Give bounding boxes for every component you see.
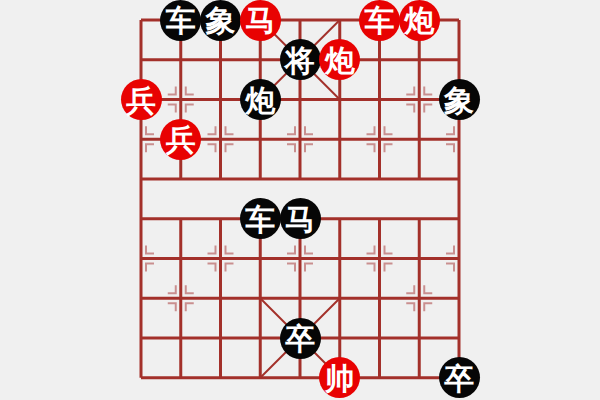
piece-red-chariot[interactable]: 车 (359, 0, 400, 41)
piece-red-soldier[interactable]: 兵 (121, 79, 162, 120)
board-surface[interactable]: 车象马车炮将炮兵炮象兵车马卒帅卒 (121, 0, 479, 398)
piece-glyph: 车 (245, 205, 275, 235)
piece-red-cannon[interactable]: 炮 (399, 0, 440, 41)
piece-glyph: 炮 (404, 6, 434, 36)
piece-black-chariot[interactable]: 车 (160, 0, 201, 41)
piece-red-cannon[interactable]: 炮 (319, 39, 360, 80)
piece-black-elephant[interactable]: 象 (200, 0, 241, 41)
xiangqi-board-screenshot: 车象马车炮将炮兵炮象兵车马卒帅卒 (0, 0, 600, 400)
piece-glyph: 兵 (166, 125, 196, 155)
piece-glyph: 车 (166, 6, 196, 36)
piece-black-soldier[interactable]: 卒 (280, 318, 321, 359)
piece-glyph: 马 (285, 205, 315, 235)
piece-glyph: 将 (285, 46, 315, 76)
piece-black-horse[interactable]: 马 (280, 198, 321, 239)
piece-black-soldier[interactable]: 卒 (439, 357, 480, 398)
piece-black-cannon[interactable]: 炮 (240, 79, 281, 120)
piece-glyph: 卒 (285, 324, 315, 354)
piece-black-elephant[interactable]: 象 (439, 79, 480, 120)
piece-glyph: 车 (365, 6, 395, 36)
piece-glyph: 象 (444, 86, 474, 116)
piece-glyph: 卒 (444, 364, 474, 394)
piece-glyph: 马 (245, 6, 275, 36)
piece-red-horse[interactable]: 马 (240, 0, 281, 41)
piece-glyph: 炮 (325, 46, 355, 76)
piece-red-general[interactable]: 帅 (319, 357, 360, 398)
piece-glyph: 帅 (325, 364, 355, 394)
piece-glyph: 兵 (126, 86, 156, 116)
piece-black-chariot[interactable]: 车 (240, 198, 281, 239)
piece-glyph: 炮 (245, 86, 275, 116)
piece-glyph: 象 (206, 6, 236, 36)
piece-red-soldier[interactable]: 兵 (160, 119, 201, 160)
piece-black-general[interactable]: 将 (280, 39, 321, 80)
